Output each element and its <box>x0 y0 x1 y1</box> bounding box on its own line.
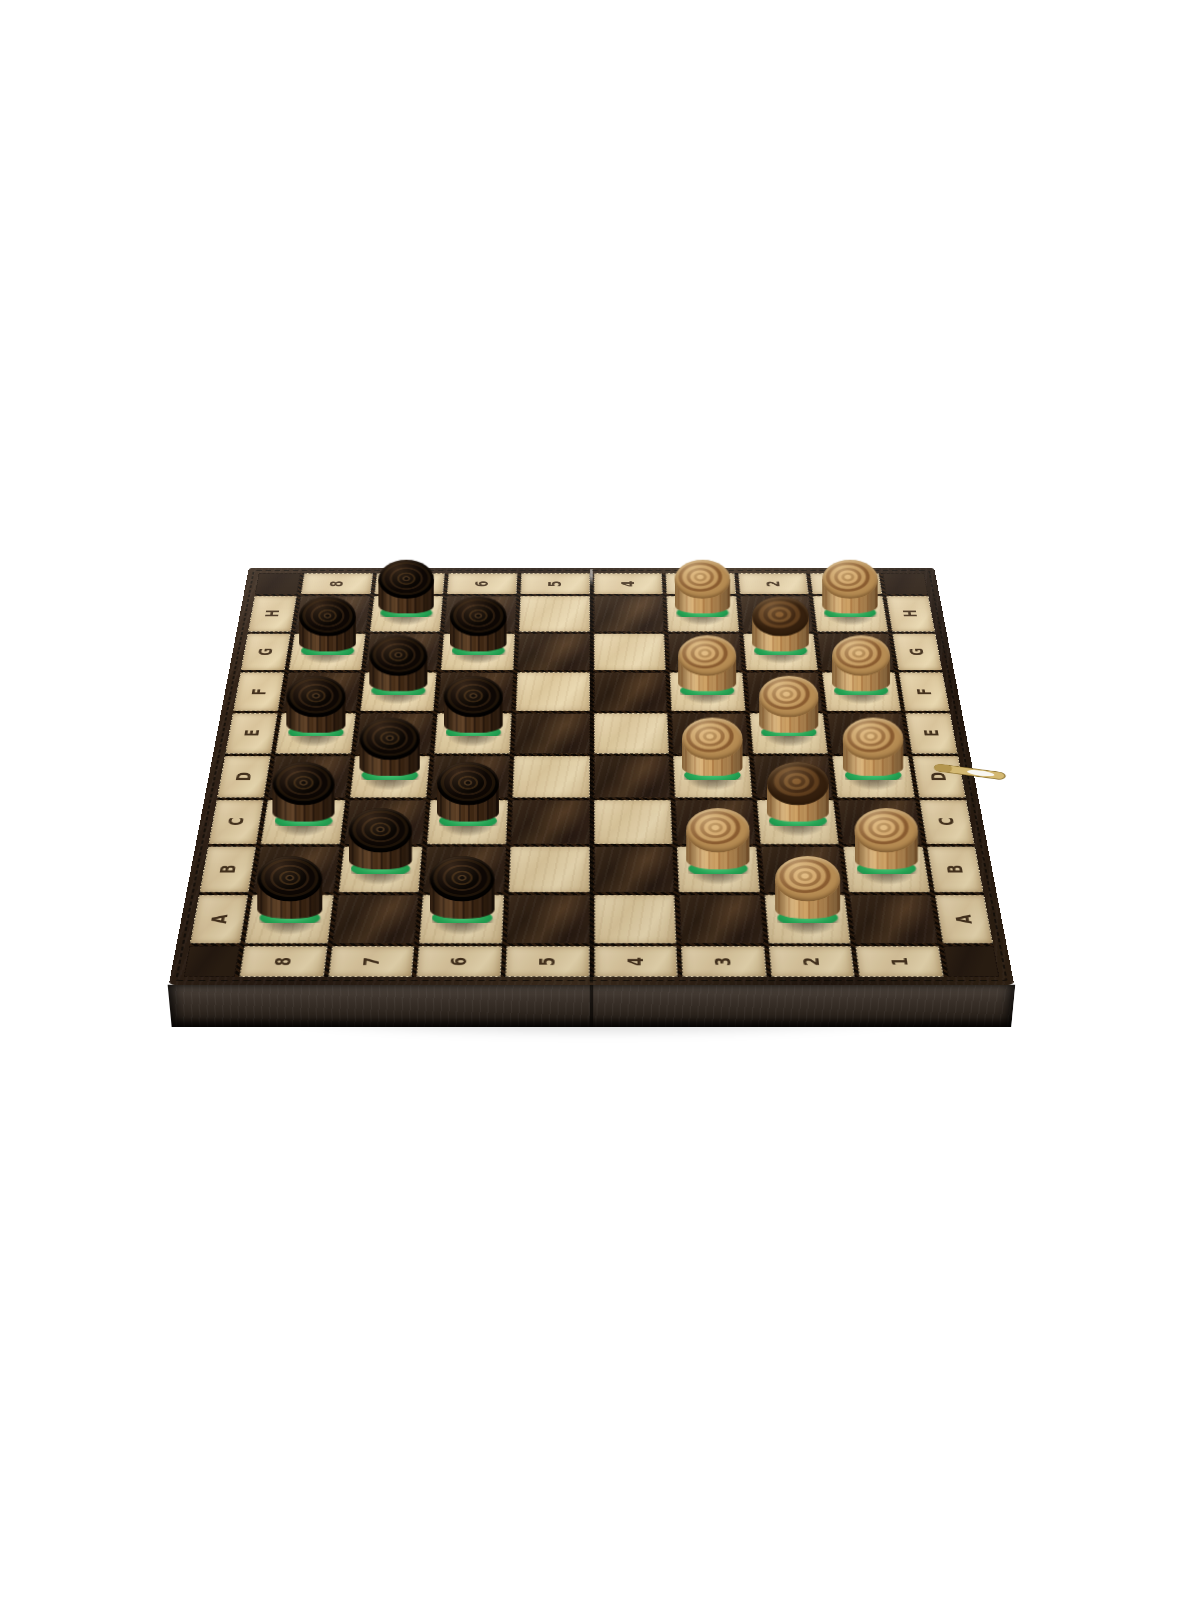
checker-dark-F7[interactable] <box>370 635 428 699</box>
square-H3[interactable] <box>667 596 739 632</box>
piece-top <box>444 676 503 718</box>
label-text: 2 <box>801 957 823 966</box>
square-A2[interactable] <box>764 895 851 943</box>
file-label-near-4: 4 <box>594 946 678 977</box>
label-text: B <box>944 865 966 874</box>
file-label-far-6: 6 <box>447 573 517 594</box>
file-label-near-8: 8 <box>239 946 327 977</box>
square-F7[interactable] <box>360 672 437 711</box>
square-H5[interactable] <box>519 596 590 632</box>
square-G4[interactable] <box>593 633 665 670</box>
piece-top <box>686 808 749 852</box>
square-A7[interactable] <box>332 895 419 943</box>
piece-top <box>430 856 495 902</box>
label-text: E <box>242 730 262 737</box>
label-text: 8 <box>328 581 346 587</box>
label-text: F <box>914 688 934 695</box>
checker-light-B3[interactable] <box>686 808 749 878</box>
checker-dark-G8[interactable] <box>299 597 356 660</box>
piece-top <box>822 560 878 599</box>
square-A4[interactable] <box>594 895 677 943</box>
piece-top <box>775 856 840 902</box>
piece-top <box>349 808 412 852</box>
file-label-far-5: 5 <box>520 573 589 594</box>
label-text: E <box>921 730 941 737</box>
label-text: 4 <box>625 957 646 966</box>
piece-top <box>855 808 918 852</box>
square-H7[interactable] <box>369 596 443 632</box>
label-text: A <box>953 914 975 923</box>
file-label-near-6: 6 <box>417 946 502 977</box>
box-side-seam <box>590 985 593 1027</box>
square-E4[interactable] <box>593 713 669 753</box>
label-text: B <box>217 865 239 874</box>
label-text: 6 <box>449 957 471 966</box>
file-label-near-3: 3 <box>681 946 766 977</box>
rank-label-right-D: D <box>912 756 966 798</box>
piece-top <box>682 718 743 760</box>
checker-dark-E8[interactable] <box>286 676 345 741</box>
checker-light-B1[interactable] <box>855 808 918 878</box>
file-label-far-2: 2 <box>738 573 809 594</box>
square-B5[interactable] <box>508 846 589 892</box>
square-C5[interactable] <box>510 800 589 844</box>
file-label-near-7: 7 <box>328 946 415 977</box>
square-A1[interactable] <box>850 895 939 943</box>
square-A3[interactable] <box>679 895 764 943</box>
checker-light-D3[interactable] <box>682 718 743 785</box>
box-side-face <box>168 985 1016 1027</box>
rank-label-right-C: C <box>919 800 974 844</box>
square-G8[interactable] <box>289 633 366 670</box>
square-B7[interactable] <box>338 846 423 892</box>
checker-light-H1[interactable] <box>822 560 878 621</box>
file-label-near-1: 1 <box>856 946 944 977</box>
piece-top <box>450 597 507 637</box>
checker-dark-A6[interactable] <box>430 856 495 928</box>
square-D7[interactable] <box>349 756 430 798</box>
square-E5[interactable] <box>514 713 590 753</box>
square-D1[interactable] <box>833 756 915 798</box>
rank-label-right-G: G <box>892 633 942 670</box>
checker-dark-A8[interactable] <box>257 856 322 928</box>
checker-light-C2[interactable] <box>766 762 828 830</box>
rank-label-right-E: E <box>905 713 958 753</box>
label-text: 7 <box>361 957 383 966</box>
checker-light-F1[interactable] <box>832 635 890 699</box>
board-photo: 87654321HHGGFFEEDDCCBBAA87654321 <box>0 0 1200 1600</box>
label-text: H <box>263 610 282 617</box>
square-A8[interactable] <box>245 895 334 943</box>
frame-corner <box>883 573 929 594</box>
rank-label-left-B: B <box>199 846 256 892</box>
file-label-far-4: 4 <box>593 573 662 594</box>
piece-top <box>437 762 499 805</box>
checker-light-H3[interactable] <box>675 560 731 621</box>
label-text: C <box>226 818 247 826</box>
label-text: 3 <box>713 957 735 966</box>
piece-top <box>752 597 809 637</box>
label-text: C <box>936 818 957 826</box>
label-text: 5 <box>546 581 563 587</box>
checker-dark-B7[interactable] <box>349 808 412 878</box>
square-C8[interactable] <box>261 800 345 844</box>
frame-corner <box>943 946 999 977</box>
frame-corner <box>255 573 301 594</box>
label-text: D <box>234 772 255 781</box>
checker-light-F3[interactable] <box>678 635 736 699</box>
checker-light-G2[interactable] <box>752 597 809 660</box>
checker-dark-G6[interactable] <box>450 597 507 660</box>
square-G5[interactable] <box>517 633 589 670</box>
piece-top <box>379 560 435 599</box>
piece-top <box>678 635 736 676</box>
rank-label-right-A: A <box>935 895 993 943</box>
square-H1[interactable] <box>813 596 888 632</box>
frame-corner <box>184 946 240 977</box>
rank-label-left-D: D <box>217 756 271 798</box>
label-text: 6 <box>474 581 492 587</box>
rank-label-left-A: A <box>190 895 248 943</box>
square-D4[interactable] <box>594 756 671 798</box>
square-A5[interactable] <box>506 895 589 943</box>
square-B4[interactable] <box>594 846 675 892</box>
label-text: F <box>249 688 269 695</box>
rank-label-left-G: G <box>241 633 291 670</box>
label-text: 4 <box>619 581 636 587</box>
square-G6[interactable] <box>441 633 515 670</box>
square-C6[interactable] <box>427 800 508 844</box>
piece-top <box>299 597 356 637</box>
board-hinge-seam <box>590 569 593 982</box>
file-label-near-5: 5 <box>505 946 589 977</box>
game-board: 87654321HHGGFFEEDDCCBBAA87654321 <box>169 568 1014 985</box>
square-B1[interactable] <box>844 846 931 892</box>
piece-top <box>766 762 828 805</box>
square-F4[interactable] <box>593 672 667 711</box>
square-F1[interactable] <box>822 672 901 711</box>
square-H4[interactable] <box>593 596 664 632</box>
rank-label-left-C: C <box>208 800 263 844</box>
rank-label-right-B: B <box>927 846 984 892</box>
square-E6[interactable] <box>434 713 511 753</box>
square-E8[interactable] <box>275 713 356 753</box>
file-label-far-8: 8 <box>301 573 373 594</box>
rank-label-right-F: F <box>899 672 950 711</box>
label-text: A <box>208 914 230 923</box>
piece-top <box>286 676 345 718</box>
checker-dark-E6[interactable] <box>444 676 503 741</box>
board-perspective: 87654321HHGGFFEEDDCCBBAA87654321 <box>213 376 970 1133</box>
label-text: 1 <box>888 957 910 966</box>
square-A6[interactable] <box>419 895 504 943</box>
rank-label-right-H: H <box>886 596 935 632</box>
piece-top <box>370 635 428 676</box>
square-G2[interactable] <box>743 633 818 670</box>
piece-top <box>675 560 731 599</box>
label-text: 2 <box>764 581 782 587</box>
square-C2[interactable] <box>756 800 839 844</box>
label-text: 5 <box>537 957 558 966</box>
label-text: 8 <box>272 957 294 966</box>
label-text: H <box>901 610 920 617</box>
square-C4[interactable] <box>594 800 673 844</box>
checker-light-E2[interactable] <box>759 676 818 741</box>
file-label-near-2: 2 <box>768 946 855 977</box>
piece-top <box>257 856 322 902</box>
label-text: G <box>256 648 275 656</box>
square-E2[interactable] <box>749 713 828 753</box>
checker-light-D1[interactable] <box>843 718 904 785</box>
square-D5[interactable] <box>512 756 589 798</box>
square-F5[interactable] <box>516 672 590 711</box>
rank-label-left-F: F <box>233 672 284 711</box>
rank-label-left-E: E <box>225 713 278 753</box>
piece-top <box>843 718 904 760</box>
rank-label-left-H: H <box>248 596 297 632</box>
checker-dark-H7[interactable] <box>379 560 435 621</box>
square-D3[interactable] <box>673 756 752 798</box>
checker-dark-D7[interactable] <box>360 718 421 785</box>
checker-light-A2[interactable] <box>775 856 840 928</box>
square-F3[interactable] <box>670 672 746 711</box>
label-text: G <box>907 648 926 656</box>
piece-top <box>759 676 818 718</box>
piece-top <box>272 762 334 805</box>
piece-top <box>832 635 890 676</box>
checker-dark-C6[interactable] <box>437 762 499 830</box>
checker-dark-C8[interactable] <box>272 762 334 830</box>
square-B3[interactable] <box>677 846 760 892</box>
